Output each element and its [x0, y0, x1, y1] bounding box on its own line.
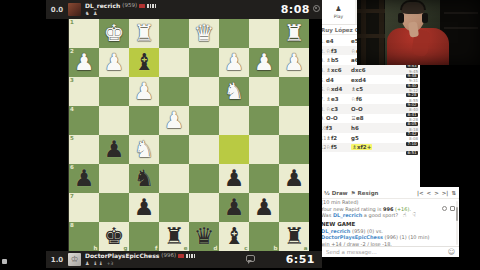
piece-white-pawn[interactable]: ♟ — [159, 106, 189, 134]
analysis-icon[interactable] — [442, 206, 447, 211]
square-f8[interactable]: f — [129, 222, 159, 251]
square-b2[interactable]: ♟ — [249, 48, 279, 77]
white-move[interactable]: ♘f5 — [326, 144, 351, 150]
controls-row: ½ Draw ⚑ Resign |< < > >| ⇅ — [322, 187, 459, 199]
bottom-captured-pieces: ♟ ♝♝ +3 — [85, 261, 195, 267]
square-a7[interactable] — [279, 193, 309, 222]
black-move[interactable]: ♘f6 — [351, 96, 378, 102]
gear-icon[interactable] — [313, 5, 320, 12]
square-e1[interactable] — [159, 19, 189, 48]
piece-white-rook[interactable]: ♜ — [129, 19, 159, 47]
square-f3[interactable]: ♟ — [129, 77, 159, 106]
rank-label: 8 — [70, 222, 74, 228]
piece-white-pawn[interactable]: ♟ — [279, 48, 309, 76]
white-move[interactable]: ♘xd4 — [326, 86, 351, 92]
square-e6[interactable] — [159, 164, 189, 193]
top-player-bar: 0.0 DL_recrich (959) ♞ ♟ 8:08 — [46, 0, 322, 19]
square-b7[interactable]: ♟ — [249, 193, 279, 222]
play-pawn-icon: ♟ — [335, 6, 341, 13]
square-a1[interactable]: ♜ — [279, 19, 309, 48]
flag-icon — [178, 254, 184, 258]
square-h2[interactable]: 2♟ — [69, 48, 99, 77]
piece-black-knight[interactable]: ♞ — [129, 164, 159, 192]
piece-white-pawn[interactable]: ♟ — [249, 48, 279, 76]
piece-white-king[interactable]: ♚ — [99, 19, 129, 47]
square-b4[interactable] — [249, 106, 279, 135]
square-f4[interactable] — [129, 106, 159, 135]
new-game-title: NEW GAME — [322, 221, 459, 228]
black-move[interactable]: g5 — [351, 135, 378, 141]
thumbs-up-down-icons[interactable]: ☝ ☟ — [403, 212, 418, 219]
square-c8[interactable]: c♝ — [219, 222, 249, 251]
piece-black-bishop[interactable]: ♝ — [129, 48, 159, 76]
streak-bars-icon — [186, 254, 195, 258]
square-e3[interactable] — [159, 77, 189, 106]
rank-label: 5 — [70, 135, 74, 141]
nav-end-button[interactable]: >| — [442, 190, 449, 196]
resign-flag-icon: ⚑ — [351, 190, 356, 196]
black-move[interactable]: dxc6 — [351, 67, 378, 73]
square-a6[interactable]: ♟ — [279, 164, 309, 193]
square-e4[interactable]: ♟ — [159, 106, 189, 135]
half-point-icon: ½ — [324, 190, 330, 196]
square-d5[interactable] — [189, 135, 219, 164]
square-d3[interactable] — [189, 77, 219, 106]
bottom-player-name[interactable]: DoctorPlaysEpicChess — [85, 253, 159, 259]
square-g7[interactable] — [99, 193, 129, 222]
game-controls-panel: ½ Draw ⚑ Resign |< < > >| ⇅ (10 min Rate… — [322, 187, 459, 257]
chat-row: ☺ — [322, 246, 459, 257]
rank-label: 7 — [70, 193, 74, 199]
square-a4[interactable] — [279, 106, 309, 135]
square-d8[interactable]: d♛ — [189, 222, 219, 251]
square-g6[interactable] — [99, 164, 129, 193]
square-b3[interactable] — [249, 77, 279, 106]
opponent-link[interactable]: DL_recrich — [333, 212, 362, 218]
square-f6[interactable]: ♞ — [129, 164, 159, 193]
piece-black-pawn[interactable]: ♟ — [219, 193, 249, 221]
draw-button[interactable]: ½ Draw — [324, 190, 348, 196]
square-d2[interactable] — [189, 48, 219, 77]
square-g8[interactable]: g♚ — [99, 222, 129, 251]
overlay-marker-icon — [2, 259, 7, 264]
piece-black-pawn[interactable]: ♟ — [129, 193, 159, 221]
square-c4[interactable] — [219, 106, 249, 135]
black-move[interactable]: ♗c5 — [351, 86, 378, 92]
square-h3[interactable]: 3 — [69, 77, 99, 106]
black-move[interactable]: ♗xf2+ — [351, 144, 378, 150]
white-move[interactable]: ♘c3 — [326, 106, 351, 112]
white-move[interactable]: d4 — [326, 77, 351, 83]
emoji-icon[interactable]: ☺ — [448, 249, 455, 256]
square-e5[interactable] — [159, 135, 189, 164]
move-clock-times: 8:086:51 — [397, 137, 420, 157]
top-player-rating: (959) — [122, 3, 137, 9]
piece-black-pawn[interactable]: ♟ — [279, 164, 309, 192]
resign-button[interactable]: ⚑ Resign — [351, 190, 379, 196]
square-h4[interactable]: 4 — [69, 106, 99, 135]
square-f2[interactable]: ♝ — [129, 48, 159, 77]
chat-message-input[interactable] — [324, 248, 448, 256]
white-move[interactable]: ♗f2 — [326, 135, 351, 141]
streak-bars-icon — [147, 4, 156, 8]
settings-icon[interactable] — [450, 206, 455, 211]
tab-play[interactable]: ♟ Play — [322, 0, 355, 24]
bottom-player-bar: 1.0 ♔ DoctorPlaysEpicChess (996) ♟ ♝♝ +3… — [46, 251, 322, 268]
square-h7[interactable]: 7 — [69, 193, 99, 222]
square-f1[interactable]: ♜ — [129, 19, 159, 48]
top-captured-pieces: ♞ ♟ — [85, 11, 156, 16]
stream-frame: 0.0 DL_recrich (959) ♞ ♟ 8:08 1♚♜♛♜2♟♟♝♟… — [0, 0, 480, 270]
square-h8[interactable]: 8h — [69, 222, 99, 251]
white-player-link[interactable]: DL_recrich — [322, 228, 350, 234]
scrollbar-thumb[interactable] — [456, 207, 459, 221]
square-g3[interactable] — [99, 77, 129, 106]
square-a5[interactable] — [279, 135, 309, 164]
square-h1[interactable]: 1 — [69, 19, 99, 48]
piece-black-pawn[interactable]: ♟ — [99, 135, 129, 163]
bottom-player-clock: 6:51 — [286, 253, 315, 266]
white-move[interactable]: O-O — [326, 115, 351, 121]
square-d7[interactable] — [189, 193, 219, 222]
white-move[interactable]: ♗xc6 — [326, 67, 351, 73]
piece-white-pawn[interactable]: ♟ — [219, 48, 249, 76]
black-move[interactable]: exd4 — [351, 77, 378, 83]
piece-white-queen[interactable]: ♛ — [189, 19, 219, 47]
square-a3[interactable] — [279, 77, 309, 106]
nav-start-button[interactable]: |< — [417, 190, 424, 196]
square-e7[interactable] — [159, 193, 189, 222]
square-e8[interactable]: e♜ — [159, 222, 189, 251]
square-a2[interactable]: ♟ — [279, 48, 309, 77]
square-c3[interactable]: ♞ — [219, 77, 249, 106]
top-player-name[interactable]: DL_recrich — [85, 3, 120, 9]
square-h5[interactable]: 5 — [69, 135, 99, 164]
square-c6[interactable]: ♟ — [219, 164, 249, 193]
move-row: 12.♘f5♗xf2+8:086:51 — [322, 143, 420, 153]
new-rating-value: 996 — [383, 206, 393, 212]
piece-white-knight[interactable]: ♞ — [129, 135, 159, 163]
white-move[interactable]: ♗e3 — [326, 96, 351, 102]
square-g5[interactable]: ♟ — [99, 135, 129, 164]
square-c5[interactable] — [219, 135, 249, 164]
square-d1[interactable]: ♛ — [189, 19, 219, 48]
new-rating-line: Your new Rapid rating is 996 (+16). — [322, 206, 459, 213]
rank-label: 6 — [70, 164, 74, 170]
white-move[interactable]: ♗b5 — [326, 57, 351, 63]
black-move[interactable]: h6 — [351, 125, 378, 131]
bottom-player-rating: (996) — [161, 253, 176, 259]
material-advantage: +3 — [107, 261, 114, 266]
nav-back-button[interactable]: < — [427, 190, 432, 196]
bottom-match-score: 1.0 — [46, 256, 68, 264]
square-d4[interactable] — [189, 106, 219, 135]
piece-white-knight[interactable]: ♞ — [219, 77, 249, 105]
white-move[interactable]: ♘f3 — [326, 48, 351, 54]
chat-bubble-icon[interactable] — [246, 255, 255, 262]
top-player-avatar[interactable] — [68, 3, 81, 16]
square-f5[interactable]: ♞ — [129, 135, 159, 164]
square-c1[interactable] — [219, 19, 249, 48]
flag-icon — [139, 4, 145, 8]
square-g2[interactable]: ♟ — [99, 48, 129, 77]
top-match-score: 0.0 — [46, 6, 68, 14]
square-c7[interactable]: ♟ — [219, 193, 249, 222]
nav-forward-button[interactable]: > — [434, 190, 439, 196]
square-b5[interactable] — [249, 135, 279, 164]
rank-label: 1 — [70, 19, 74, 25]
black-move[interactable]: O-O — [351, 106, 378, 112]
bottom-player-avatar[interactable]: ♔ — [68, 253, 81, 266]
webcam-overlay — [357, 0, 480, 65]
king-avatar-icon: ♔ — [68, 253, 81, 266]
square-g1[interactable]: ♚ — [99, 19, 129, 48]
square-f7[interactable]: ♟ — [129, 193, 159, 222]
rank-label: 4 — [70, 106, 74, 112]
chess-board[interactable]: 1♚♜♛♜2♟♟♝♟♟♟3♟♞4♟5♟♞6♟♞♟♟7♟♟♟8hg♚fe♜d♛c♝… — [68, 19, 308, 251]
top-player-clock: 8:08 — [281, 3, 310, 16]
webcam-vignette — [357, 0, 480, 65]
piece-white-pawn[interactable]: ♟ — [129, 77, 159, 105]
white-move[interactable]: f3 — [326, 125, 351, 131]
black-player-link[interactable]: DoctorPlaysEpicChess — [322, 234, 383, 240]
square-e2[interactable] — [159, 48, 189, 77]
rank-label: 2 — [70, 48, 74, 54]
square-b1[interactable] — [249, 19, 279, 48]
piece-white-pawn[interactable]: ♟ — [99, 48, 129, 76]
black-move[interactable]: ♖e8 — [351, 115, 378, 121]
square-b6[interactable] — [249, 164, 279, 193]
square-h6[interactable]: 6♟ — [69, 164, 99, 193]
square-b8[interactable]: b — [249, 222, 279, 251]
piece-black-pawn[interactable]: ♟ — [249, 193, 279, 221]
flip-board-icon[interactable]: ⇅ — [451, 190, 456, 196]
square-g4[interactable] — [99, 106, 129, 135]
white-move[interactable]: e4 — [326, 38, 351, 44]
rank-label: 3 — [70, 77, 74, 83]
good-sport-line: Was DL_recrich a good sport? ☝ ☟ — [322, 212, 459, 219]
piece-black-pawn[interactable]: ♟ — [219, 164, 249, 192]
piece-white-rook[interactable]: ♜ — [279, 19, 309, 47]
square-c2[interactable]: ♟ — [219, 48, 249, 77]
square-a8[interactable]: a♜ — [279, 222, 309, 251]
new-game-block: NEW GAME DL_recrich (959) (0) vs. Doctor… — [322, 221, 459, 248]
square-d6[interactable] — [189, 164, 219, 193]
